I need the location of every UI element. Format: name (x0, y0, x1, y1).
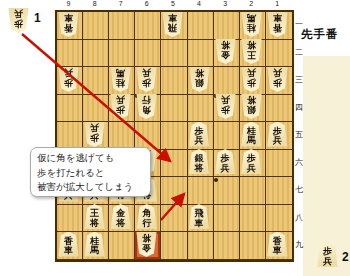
piece-sente-王将-88[interactable]: 王将 (84, 204, 105, 229)
board-square-44[interactable] (188, 95, 214, 123)
rank-label-3: 三 (295, 74, 303, 85)
board-square-81[interactable] (83, 12, 109, 40)
board-square-53[interactable] (161, 67, 187, 95)
turn-indicator: 先手番 (301, 27, 339, 42)
board-square-18[interactable] (266, 205, 292, 233)
piece-sente-金将-78[interactable]: 金将 (110, 204, 131, 229)
board-square-14[interactable] (266, 95, 292, 123)
piece-sente-飛車-48[interactable]: 飛車 (189, 204, 210, 229)
rank-label-9: 九 (295, 239, 303, 250)
board-square-31[interactable] (214, 12, 240, 40)
board-square-35[interactable] (214, 122, 240, 150)
board-square-55[interactable] (161, 122, 187, 150)
file-label-3: 3 (212, 0, 239, 7)
board-square-84[interactable] (83, 95, 109, 123)
board-square-79[interactable] (109, 232, 135, 260)
board-square-38[interactable] (214, 205, 240, 233)
board-square-95[interactable] (57, 122, 83, 150)
piece-gote-香車-91[interactable]: 香車 (58, 12, 79, 37)
board-square-94[interactable] (57, 95, 83, 123)
board-square-28[interactable] (240, 205, 266, 233)
annotation-line: 仮に角を逃げても (37, 151, 150, 166)
rank-label-4: 四 (295, 102, 303, 113)
file-label-1: 1 (264, 0, 291, 7)
piece-gote-歩兵-93[interactable]: 歩兵 (58, 67, 79, 92)
board-square-58[interactable] (161, 205, 187, 233)
file-label-5: 5 (159, 0, 186, 7)
board-square-62[interactable] (135, 40, 161, 68)
annotation-balloon: 仮に角を逃げても 歩を打たれると 被害が拡大してしまう (30, 147, 151, 197)
rank-label-8: 八 (295, 212, 303, 223)
board-square-56[interactable] (161, 150, 187, 178)
board-square-42[interactable] (188, 40, 214, 68)
board-square-71[interactable] (109, 12, 135, 40)
board-square-17[interactable] (266, 177, 292, 205)
piece-sente-香車-99[interactable]: 香車 (58, 232, 79, 257)
piece-sente-歩兵-in-hand[interactable]: 歩兵 (317, 242, 338, 267)
shogi-diagram: 987654321 一二三四五六七八九 先手番 仮に角を逃げても 歩を打たれると… (0, 0, 350, 276)
rank-label-7: 七 (295, 184, 303, 195)
board-square-16[interactable] (266, 150, 292, 178)
piece-sente-歩兵-45[interactable]: 歩兵 (189, 122, 210, 147)
board-square-65[interactable] (135, 122, 161, 150)
file-label-9: 9 (55, 0, 82, 7)
piece-sente-歩兵-36[interactable]: 歩兵 (215, 149, 236, 174)
board-square-33[interactable] (214, 67, 240, 95)
file-label-2: 2 (238, 0, 265, 7)
rank-label-6: 六 (295, 157, 303, 168)
board-square-59[interactable] (161, 232, 187, 260)
board-square-57[interactable] (161, 177, 187, 205)
piece-sente-銀将-46[interactable]: 銀将 (189, 149, 210, 174)
piece-sente-歩兵-26[interactable]: 歩兵 (241, 149, 262, 174)
board-square-83[interactable] (83, 67, 109, 95)
rank-label-5: 五 (295, 129, 303, 140)
board-square-41[interactable] (188, 12, 214, 40)
file-label-6: 6 (133, 0, 160, 7)
file-label-8: 8 (81, 0, 108, 7)
board-square-47[interactable] (188, 177, 214, 205)
board-square-29[interactable] (240, 232, 266, 260)
board-square-12[interactable] (266, 40, 292, 68)
file-label-4: 4 (186, 0, 213, 7)
board-square-61[interactable] (135, 12, 161, 40)
board-square-92[interactable] (57, 40, 83, 68)
file-label-7: 7 (107, 0, 134, 7)
board-square-54[interactable] (161, 95, 187, 123)
piece-sente-桂馬-89[interactable]: 桂馬 (84, 232, 105, 257)
star-point (214, 178, 218, 182)
board-square-52[interactable] (161, 40, 187, 68)
piece-sente-香車-19[interactable]: 香車 (267, 232, 288, 257)
board-square-39[interactable] (214, 232, 240, 260)
rank-label-2: 二 (295, 47, 303, 58)
board-square-82[interactable] (83, 40, 109, 68)
piece-sente-歩兵-15[interactable]: 歩兵 (267, 122, 288, 147)
annotation-line: 歩を打たれると (37, 166, 150, 181)
board-square-27[interactable] (240, 177, 266, 205)
piece-sente-角行-68[interactable]: 角行 (136, 204, 157, 229)
board-square-49[interactable] (188, 232, 214, 260)
board-square-98[interactable] (57, 205, 83, 233)
board-square-37[interactable] (214, 177, 240, 205)
board-square-72[interactable] (109, 40, 135, 68)
piece-gote-歩兵-85[interactable]: 歩兵 (84, 122, 105, 147)
hand-count-gote: 1 (34, 11, 41, 25)
hand-count-sente: 2 (342, 250, 349, 264)
annotation-line: 被害が拡大してしまう (37, 180, 150, 195)
board-square-75[interactable] (109, 122, 135, 150)
piece-sente-桂馬-25[interactable]: 桂馬 (241, 122, 262, 147)
piece-gote-歩兵-in-hand[interactable]: 歩兵 (8, 8, 29, 33)
